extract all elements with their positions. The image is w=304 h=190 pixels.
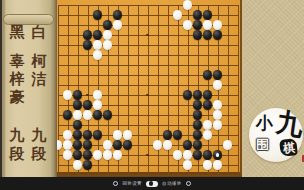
black-stone [83, 140, 92, 149]
white-player-char: 白 [28, 24, 50, 40]
black-stone [83, 40, 92, 49]
black-player-char: 黑 [6, 24, 28, 40]
white-stone [93, 150, 102, 159]
black-stone [83, 150, 92, 159]
black-stone [83, 30, 92, 39]
white-stone [213, 80, 222, 89]
white-stone [83, 110, 92, 119]
black-stone [193, 30, 202, 39]
autoplay-toggle[interactable] [146, 181, 158, 187]
black-stone [193, 120, 202, 129]
white-stone [123, 130, 132, 139]
logo-red-seal [302, 155, 304, 162]
xiaojiu-weiqi-logo: 小 九 围 棋 [249, 108, 303, 162]
black-stone [93, 130, 102, 139]
black-stone [193, 130, 202, 139]
black-stone [113, 10, 122, 19]
black-stone [63, 110, 72, 119]
black-stone [213, 70, 222, 79]
black-stone [73, 140, 82, 149]
white-stone [183, 20, 192, 29]
white-player-char: 九 [28, 127, 50, 143]
logo-ink-blob: 棋 [279, 138, 298, 157]
white-stone [213, 110, 222, 119]
black-stone [193, 20, 202, 29]
white-stone [213, 120, 222, 129]
side-paper-panel: 小 九 围 棋 [244, 0, 304, 177]
autoplay-label: 自动播放 [162, 181, 182, 186]
black-stone [193, 100, 202, 109]
black-player-char: 豪 [6, 89, 28, 105]
white-player-char: 段 [28, 146, 50, 162]
video-control-bar: 回放设置 自动播放 [0, 177, 304, 190]
white-stone [63, 140, 72, 149]
black-stone [193, 150, 202, 159]
white-stone [93, 100, 102, 109]
last-move-marker [216, 153, 219, 156]
black-stone [213, 30, 222, 39]
white-stone [183, 160, 192, 169]
player-scroll-panel: 黑辜梓豪九段白柯洁九段 [0, 0, 57, 177]
black-stone [93, 110, 102, 119]
go-board [52, 0, 242, 177]
white-stone [183, 0, 192, 9]
black-stone [93, 30, 102, 39]
black-stone [73, 120, 82, 129]
white-stone [113, 150, 122, 159]
white-stone [73, 110, 82, 119]
black-stone [183, 140, 192, 149]
white-stone [103, 40, 112, 49]
white-stone [63, 130, 72, 139]
white-stone [63, 90, 72, 99]
black-stone [83, 130, 92, 139]
white-stone [103, 30, 112, 39]
black-stone [193, 110, 202, 119]
white-stone [93, 90, 102, 99]
white-stone [213, 100, 222, 109]
black-stone [173, 130, 182, 139]
logo-char-xiao: 小 [256, 112, 273, 135]
black-stone [83, 100, 92, 109]
playback-icon[interactable] [113, 181, 118, 186]
black-player-char: 段 [6, 146, 28, 162]
white-stone [173, 150, 182, 159]
black-stone [203, 30, 212, 39]
white-stone [223, 140, 232, 149]
white-stone [173, 10, 182, 19]
white-stone [73, 160, 82, 169]
video-frame: 黑辜梓豪九段白柯洁九段 小 九 围 棋 回放设置 自动播放 [0, 0, 304, 190]
white-stone [153, 140, 162, 149]
black-stone [203, 150, 212, 159]
white-stone [213, 160, 222, 169]
white-stone [63, 150, 72, 159]
white-stone [203, 160, 212, 169]
black-stone [183, 90, 192, 99]
black-player-char: 九 [6, 127, 28, 143]
black-stone [203, 90, 212, 99]
white-stone [93, 40, 102, 49]
black-stone [73, 150, 82, 159]
black-stone [73, 100, 82, 109]
white-stone [103, 140, 112, 149]
black-stone [103, 20, 112, 29]
white-stone [183, 150, 192, 159]
black-stone [203, 10, 212, 19]
logo-char-wei: 围 [256, 136, 269, 154]
black-stone [193, 140, 202, 149]
black-stone [163, 130, 172, 139]
white-stone [113, 130, 122, 139]
black-stone [123, 140, 132, 149]
white-stone [103, 150, 112, 159]
toggle-knob [149, 181, 153, 185]
logo-char-qi: 棋 [282, 139, 296, 157]
black-stone [113, 140, 122, 149]
black-stone [103, 110, 112, 119]
black-stone [203, 100, 212, 109]
white-player-char: 洁 [28, 71, 50, 87]
black-player-char: 辜 [6, 53, 28, 69]
white-stone [203, 130, 212, 139]
black-stone [203, 70, 212, 79]
logo-char-jiu: 九 [274, 104, 304, 143]
white-stone [163, 140, 172, 149]
more-options-icon[interactable] [186, 181, 191, 186]
white-stone [213, 20, 222, 29]
black-stone [73, 130, 82, 139]
black-stone [193, 90, 202, 99]
black-stone [193, 10, 202, 19]
black-stone [93, 10, 102, 19]
white-stone [93, 50, 102, 59]
black-stone [213, 150, 222, 159]
white-stone [203, 120, 212, 129]
black-stone [83, 160, 92, 169]
white-player-char: 柯 [28, 53, 50, 69]
white-stone [203, 20, 212, 29]
black-player-char: 梓 [6, 71, 28, 87]
playback-settings-label: 回放设置 [122, 181, 142, 186]
black-stone [73, 90, 82, 99]
white-stone [113, 20, 122, 29]
